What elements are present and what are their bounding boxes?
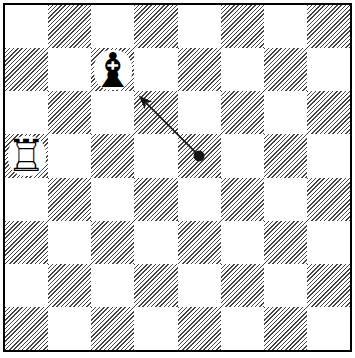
square-f8[interactable] xyxy=(221,5,264,48)
square-c1[interactable] xyxy=(91,307,134,350)
square-d7[interactable] xyxy=(134,48,177,91)
square-a7[interactable] xyxy=(5,48,48,91)
square-f3[interactable] xyxy=(221,221,264,264)
square-a5[interactable]: ♖ xyxy=(5,134,48,177)
piece-pad: ♖ xyxy=(8,136,46,176)
square-c7[interactable]: ♝ xyxy=(91,48,134,91)
square-d2[interactable] xyxy=(134,264,177,307)
square-g7[interactable] xyxy=(264,48,307,91)
square-g5[interactable] xyxy=(264,134,307,177)
square-h1[interactable] xyxy=(307,307,350,350)
piece-white-rook[interactable]: ♖ xyxy=(7,136,46,176)
square-b3[interactable] xyxy=(48,221,91,264)
square-h5[interactable] xyxy=(307,134,350,177)
square-a4[interactable] xyxy=(5,178,48,221)
square-d5[interactable] xyxy=(134,134,177,177)
square-c4[interactable] xyxy=(91,178,134,221)
square-d3[interactable] xyxy=(134,221,177,264)
square-c3[interactable] xyxy=(91,221,134,264)
square-d6[interactable] xyxy=(134,91,177,134)
piece-black-bishop[interactable]: ♝ xyxy=(91,50,134,90)
square-g6[interactable] xyxy=(264,91,307,134)
square-c6[interactable] xyxy=(91,91,134,134)
square-h7[interactable] xyxy=(307,48,350,91)
square-d8[interactable] xyxy=(134,5,177,48)
square-a3[interactable] xyxy=(5,221,48,264)
square-b2[interactable] xyxy=(48,264,91,307)
square-b5[interactable] xyxy=(48,134,91,177)
chess-diagram: ♝♖ xyxy=(0,0,355,358)
square-b4[interactable] xyxy=(48,178,91,221)
chess-board: ♝♖ xyxy=(3,3,352,352)
square-h2[interactable] xyxy=(307,264,350,307)
square-a8[interactable] xyxy=(5,5,48,48)
square-h3[interactable] xyxy=(307,221,350,264)
square-g8[interactable] xyxy=(264,5,307,48)
square-e7[interactable] xyxy=(178,48,221,91)
square-d4[interactable] xyxy=(134,178,177,221)
square-h6[interactable] xyxy=(307,91,350,134)
square-a2[interactable] xyxy=(5,264,48,307)
square-a1[interactable] xyxy=(5,307,48,350)
square-e8[interactable] xyxy=(178,5,221,48)
square-c2[interactable] xyxy=(91,264,134,307)
square-f5[interactable] xyxy=(221,134,264,177)
square-f2[interactable] xyxy=(221,264,264,307)
square-b1[interactable] xyxy=(48,307,91,350)
square-g2[interactable] xyxy=(264,264,307,307)
square-h4[interactable] xyxy=(307,178,350,221)
square-e3[interactable] xyxy=(178,221,221,264)
square-f4[interactable] xyxy=(221,178,264,221)
square-b6[interactable] xyxy=(48,91,91,134)
square-e5[interactable] xyxy=(178,134,221,177)
square-g4[interactable] xyxy=(264,178,307,221)
square-e4[interactable] xyxy=(178,178,221,221)
square-a6[interactable] xyxy=(5,91,48,134)
square-f1[interactable] xyxy=(221,307,264,350)
square-g1[interactable] xyxy=(264,307,307,350)
square-c5[interactable] xyxy=(91,134,134,177)
square-c8[interactable] xyxy=(91,5,134,48)
square-d1[interactable] xyxy=(134,307,177,350)
square-g3[interactable] xyxy=(264,221,307,264)
piece-pad: ♝ xyxy=(94,50,132,90)
square-b7[interactable] xyxy=(48,48,91,91)
square-e6[interactable] xyxy=(178,91,221,134)
square-h8[interactable] xyxy=(307,5,350,48)
square-b8[interactable] xyxy=(48,5,91,48)
square-e2[interactable] xyxy=(178,264,221,307)
square-e1[interactable] xyxy=(178,307,221,350)
square-f6[interactable] xyxy=(221,91,264,134)
square-f7[interactable] xyxy=(221,48,264,91)
